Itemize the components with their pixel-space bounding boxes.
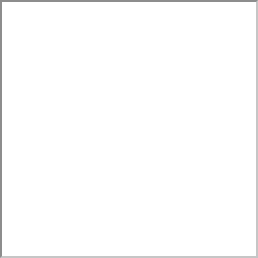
chess-board-frame [0, 0, 258, 258]
chess-board [2, 2, 256, 256]
